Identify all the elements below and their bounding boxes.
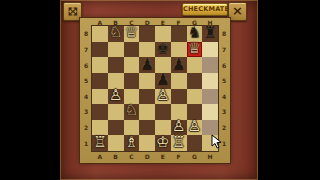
- piece-white-queen: ♕: [124, 25, 140, 41]
- square-b7[interactable]: [108, 42, 124, 58]
- square-d8[interactable]: [139, 26, 155, 42]
- rank-label-3: 3: [218, 104, 230, 120]
- file-label-d: D: [139, 18, 155, 26]
- close-button[interactable]: ×: [228, 2, 247, 21]
- square-d3[interactable]: [139, 104, 155, 120]
- square-g6[interactable]: [187, 57, 203, 73]
- rank-label-3: 3: [80, 104, 92, 120]
- rank-label-6: 6: [80, 57, 92, 73]
- piece-white-pawn: ♙: [187, 119, 203, 135]
- square-e3[interactable]: [155, 104, 171, 120]
- file-label-e: E: [155, 18, 171, 26]
- square-b4[interactable]: ♙: [108, 89, 124, 105]
- square-a5[interactable]: [92, 73, 108, 89]
- square-a4[interactable]: [92, 89, 108, 105]
- piece-black-rook: ♜: [202, 25, 218, 41]
- square-c8[interactable]: ♕: [124, 26, 140, 42]
- square-a3[interactable]: [92, 104, 108, 120]
- screen: ⤢ ⤡ CHECKMATE! × ABCDEFGH 87654321 87654…: [0, 0, 320, 180]
- square-e4[interactable]: ♙: [155, 89, 171, 105]
- file-label-e: E: [155, 151, 171, 163]
- rank-label-8: 8: [80, 26, 92, 42]
- file-label-c: C: [124, 151, 140, 163]
- square-g5[interactable]: [187, 73, 203, 89]
- file-label-a: A: [92, 151, 108, 163]
- piece-black-pawn: ♟: [139, 56, 155, 72]
- square-f1[interactable]: ♖: [171, 135, 187, 151]
- rank-label-6: 6: [218, 57, 230, 73]
- rank-label-7: 7: [218, 42, 230, 58]
- file-label-h: H: [202, 151, 218, 163]
- rank-labels-right: 87654321: [218, 26, 230, 151]
- file-label-f: F: [171, 18, 187, 26]
- file-label-b: B: [108, 151, 124, 163]
- square-g2[interactable]: ♙: [187, 120, 203, 136]
- square-a6[interactable]: [92, 57, 108, 73]
- square-h8[interactable]: ♜: [202, 26, 218, 42]
- piece-white-knight: ♘: [108, 25, 124, 41]
- piece-white-knight: ♘: [124, 103, 140, 119]
- square-g4[interactable]: [187, 89, 203, 105]
- mouse-cursor-icon: [211, 134, 222, 149]
- square-c1[interactable]: ♗: [124, 135, 140, 151]
- board-squares: ♘♕♞♜♚♕♟♟♟♙♙♘♙♙♖♗♔♖: [92, 26, 218, 151]
- square-d5[interactable]: [139, 73, 155, 89]
- square-c6[interactable]: [124, 57, 140, 73]
- square-g1[interactable]: [187, 135, 203, 151]
- piece-white-pawn: ♙: [155, 88, 171, 104]
- fullscreen-icon-2: ⤡: [64, 3, 81, 20]
- square-h4[interactable]: [202, 89, 218, 105]
- square-a1[interactable]: ♖: [92, 135, 108, 151]
- rank-label-8: 8: [218, 26, 230, 42]
- square-h7[interactable]: [202, 42, 218, 58]
- square-b3[interactable]: [108, 104, 124, 120]
- square-e1[interactable]: ♔: [155, 135, 171, 151]
- piece-white-king: ♔: [155, 134, 171, 150]
- piece-white-bishop: ♗: [124, 134, 140, 150]
- checkmate-banner: CHECKMATE!: [182, 3, 228, 16]
- square-d1[interactable]: [139, 135, 155, 151]
- square-d4[interactable]: [139, 89, 155, 105]
- rank-label-7: 7: [80, 42, 92, 58]
- piece-black-king: ♚: [155, 41, 171, 57]
- square-d6[interactable]: ♟: [139, 57, 155, 73]
- square-f5[interactable]: [171, 73, 187, 89]
- chess-board: ABCDEFGH 87654321 87654321 ABCDEFGH ♘♕♞♜…: [80, 18, 230, 163]
- file-label-f: F: [171, 151, 187, 163]
- square-f4[interactable]: [171, 89, 187, 105]
- square-h3[interactable]: [202, 104, 218, 120]
- piece-black-pawn: ♟: [171, 56, 187, 72]
- square-h6[interactable]: [202, 57, 218, 73]
- square-a8[interactable]: [92, 26, 108, 42]
- square-b6[interactable]: [108, 57, 124, 73]
- rank-label-4: 4: [218, 89, 230, 105]
- square-b2[interactable]: [108, 120, 124, 136]
- square-a7[interactable]: [92, 42, 108, 58]
- square-f8[interactable]: [171, 26, 187, 42]
- square-c5[interactable]: [124, 73, 140, 89]
- piece-white-rook: ♖: [171, 134, 187, 150]
- rank-label-5: 5: [218, 73, 230, 89]
- file-label-g: G: [187, 151, 203, 163]
- piece-white-rook: ♖: [92, 134, 108, 150]
- square-e7[interactable]: ♚: [155, 42, 171, 58]
- chess-app-panel: ⤢ ⤡ CHECKMATE! × ABCDEFGH 87654321 87654…: [60, 0, 258, 180]
- rank-label-2: 2: [80, 120, 92, 136]
- file-label-a: A: [92, 18, 108, 26]
- piece-white-pawn: ♙: [108, 88, 124, 104]
- square-f6[interactable]: ♟: [171, 57, 187, 73]
- file-label-d: D: [139, 151, 155, 163]
- square-c7[interactable]: [124, 42, 140, 58]
- square-g7[interactable]: ♕: [187, 42, 203, 58]
- square-b8[interactable]: ♘: [108, 26, 124, 42]
- rank-label-5: 5: [80, 73, 92, 89]
- rank-label-4: 4: [80, 89, 92, 105]
- rank-label-1: 1: [80, 135, 92, 151]
- file-labels-bottom: ABCDEFGH: [92, 151, 218, 163]
- square-b1[interactable]: [108, 135, 124, 151]
- square-d2[interactable]: [139, 120, 155, 136]
- rank-labels-left: 87654321: [80, 26, 92, 151]
- square-h5[interactable]: [202, 73, 218, 89]
- square-c3[interactable]: ♘: [124, 104, 140, 120]
- piece-white-queen: ♕: [187, 41, 203, 57]
